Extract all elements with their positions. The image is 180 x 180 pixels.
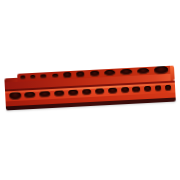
front-row-pit xyxy=(54,90,65,97)
back-row-pit xyxy=(137,67,150,75)
front-row-pit xyxy=(9,92,21,100)
front-row-pit xyxy=(68,89,78,96)
back-row-pit xyxy=(90,71,100,77)
back-row-pit xyxy=(41,74,47,79)
front-row-pit xyxy=(82,89,92,96)
back-row-pit xyxy=(52,73,59,78)
front-row-pit xyxy=(165,85,171,90)
socket-tray xyxy=(4,66,176,111)
front-row-pit xyxy=(39,91,50,98)
back-row-pit xyxy=(76,72,85,78)
back-row-pit xyxy=(20,75,25,79)
front-row-pit xyxy=(95,88,104,95)
back-row-pit xyxy=(120,69,132,76)
front-row-pit xyxy=(108,88,117,94)
front-row-pit xyxy=(121,87,129,93)
right-end-cap xyxy=(170,66,175,81)
back-row-pit xyxy=(63,72,71,78)
front-row-pit xyxy=(144,86,151,92)
back-row-pit xyxy=(30,75,36,80)
back-row-pit xyxy=(104,70,115,77)
front-row-pit xyxy=(155,86,162,92)
product-photo xyxy=(0,0,180,180)
front-row-pit xyxy=(24,91,35,99)
front-row-pit xyxy=(132,87,140,93)
